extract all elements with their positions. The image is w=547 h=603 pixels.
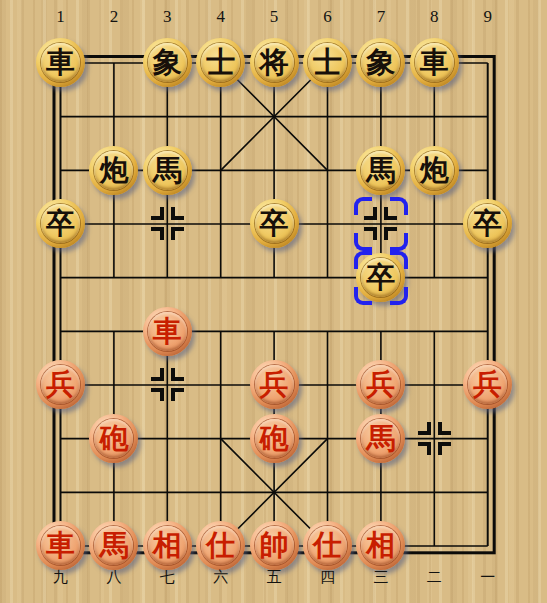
highlight-bracket-corner (390, 287, 408, 305)
file-label-top: 5 (270, 7, 279, 27)
xiangqi-board: 車象士将士象車炮馬馬炮卒卒卒卒車兵兵兵兵砲砲馬車馬相仕帥仕相 123456789… (0, 0, 547, 603)
highlight-bracket-corner (354, 287, 372, 305)
highlight-bracket-corner (390, 197, 408, 215)
file-label-top: 2 (110, 7, 119, 27)
file-label-top: 9 (483, 7, 492, 27)
highlight-bracket-corner (390, 233, 408, 251)
file-label-top: 4 (216, 7, 225, 27)
last-move-highlight[interactable] (354, 251, 408, 305)
highlight-bracket-corner (354, 251, 372, 269)
file-label-top: 3 (163, 7, 172, 27)
highlight-bracket-corner (354, 233, 372, 251)
file-label-top: 7 (377, 7, 386, 27)
last-move-layer (34, 36, 515, 573)
highlight-bracket-corner (354, 197, 372, 215)
file-label-top: 1 (56, 7, 65, 27)
file-label-top: 8 (430, 7, 439, 27)
highlight-bracket-corner (390, 251, 408, 269)
file-label-top: 6 (323, 7, 332, 27)
last-move-highlight[interactable] (354, 197, 408, 251)
